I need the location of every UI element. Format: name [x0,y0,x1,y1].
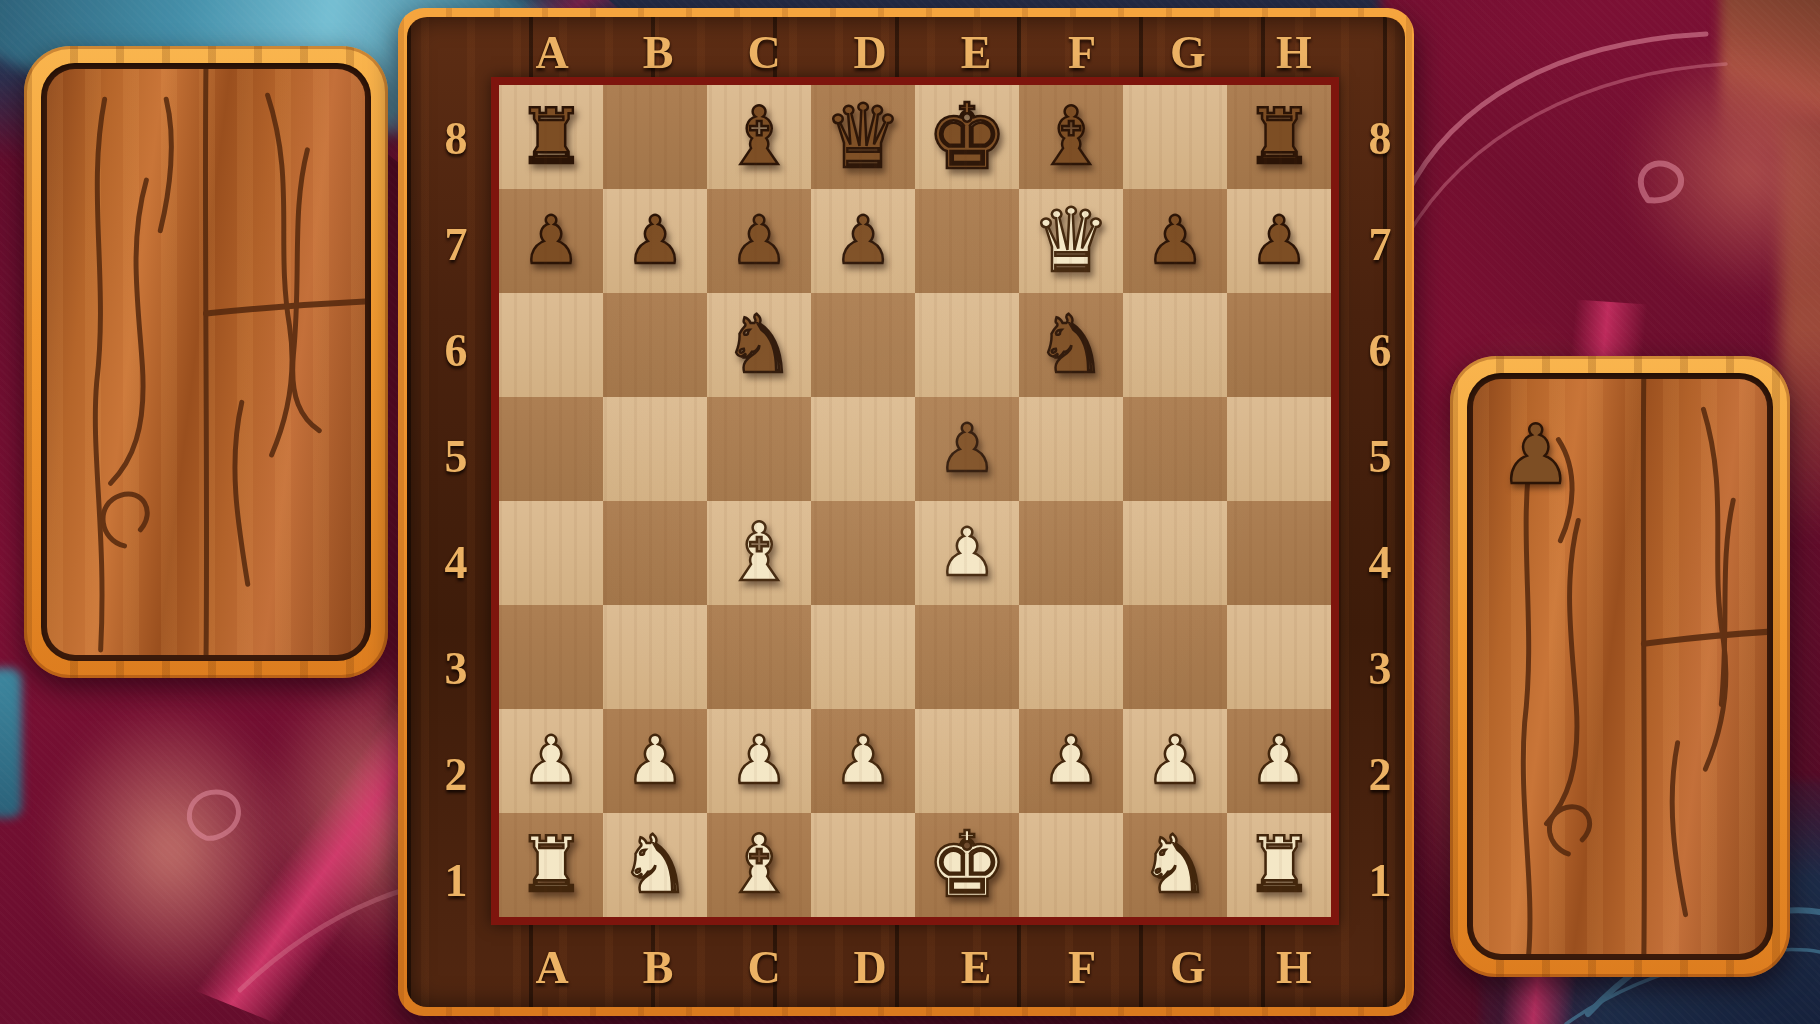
rank-labels-left: 87654321 [413,85,499,933]
piece-white-pawn[interactable]: ♟ [1041,728,1100,794]
piece-black-rook[interactable]: ♜ [517,99,585,175]
square-f5[interactable] [1019,397,1123,501]
square-b7[interactable]: ♟ [603,189,707,293]
rank-label-6: 6 [413,297,499,403]
rank-label-1: 1 [1347,827,1405,933]
square-g8[interactable] [1123,85,1227,189]
square-e1[interactable]: ♚ [915,813,1019,917]
piece-white-bishop[interactable]: ♝ [723,513,795,593]
square-d4[interactable] [811,501,915,605]
rank-label-6: 6 [1347,297,1405,403]
piece-black-pawn[interactable]: ♟ [1249,208,1308,274]
wood-grain [47,69,365,655]
piece-white-queen[interactable]: ♛ [1032,197,1111,285]
square-f6[interactable]: ♞ [1019,293,1123,397]
background-pink-patch [40,700,300,1000]
piece-white-pawn[interactable]: ♟ [937,520,996,586]
captured-black-pawn[interactable]: ♟ [1499,407,1573,502]
piece-black-king[interactable]: ♚ [927,92,1008,182]
rank-label-3: 3 [413,615,499,721]
piece-white-pawn[interactable]: ♟ [1145,728,1204,794]
square-e6[interactable] [915,293,1019,397]
square-e4[interactable]: ♟ [915,501,1019,605]
square-f8[interactable]: ♝ [1019,85,1123,189]
square-d3[interactable] [811,605,915,709]
piece-black-bishop[interactable]: ♝ [723,97,795,177]
square-h5[interactable] [1227,397,1331,501]
square-b5[interactable] [603,397,707,501]
square-a7[interactable]: ♟ [499,189,603,293]
piece-white-rook[interactable]: ♜ [517,827,585,903]
square-d1[interactable] [811,813,915,917]
file-label-b: B [605,925,711,1007]
square-c8[interactable]: ♝ [707,85,811,189]
square-c6[interactable]: ♞ [707,293,811,397]
background-teal-sliver [0,668,22,818]
square-f2[interactable]: ♟ [1019,709,1123,813]
piece-black-knight[interactable]: ♞ [723,305,795,385]
square-h2[interactable]: ♟ [1227,709,1331,813]
square-a3[interactable] [499,605,603,709]
piece-black-pawn[interactable]: ♟ [729,208,788,274]
square-a2[interactable]: ♟ [499,709,603,813]
piece-white-pawn[interactable]: ♟ [833,728,892,794]
tray-wood-planks: ♟ [1473,379,1767,954]
piece-black-pawn[interactable]: ♟ [937,416,996,482]
piece-black-pawn[interactable]: ♟ [625,208,684,274]
piece-white-knight[interactable]: ♞ [1139,825,1211,905]
file-label-h: H [1241,21,1347,83]
piece-white-rook[interactable]: ♜ [1245,827,1313,903]
captured-tray-left [24,46,388,678]
square-f1[interactable] [1019,813,1123,917]
file-label-a: A [499,925,605,1007]
square-e5[interactable]: ♟ [915,397,1019,501]
rank-label-8: 8 [413,85,499,191]
rank-label-7: 7 [1347,191,1405,297]
file-label-h: H [1241,925,1347,1007]
file-label-d: D [817,925,923,1007]
piece-black-rook[interactable]: ♜ [1245,99,1313,175]
square-a1[interactable]: ♜ [499,813,603,917]
square-h4[interactable] [1227,501,1331,605]
square-a8[interactable]: ♜ [499,85,603,189]
square-d8[interactable]: ♛ [811,85,915,189]
rank-label-1: 1 [413,827,499,933]
square-d7[interactable]: ♟ [811,189,915,293]
square-h3[interactable] [1227,605,1331,709]
square-a6[interactable] [499,293,603,397]
square-b2[interactable]: ♟ [603,709,707,813]
square-d2[interactable]: ♟ [811,709,915,813]
piece-black-knight[interactable]: ♞ [1035,305,1107,385]
file-label-e: E [923,21,1029,83]
rank-label-4: 4 [413,509,499,615]
square-c3[interactable] [707,605,811,709]
file-label-g: G [1135,21,1241,83]
piece-black-pawn[interactable]: ♟ [521,208,580,274]
square-f3[interactable] [1019,605,1123,709]
square-g4[interactable] [1123,501,1227,605]
square-g3[interactable] [1123,605,1227,709]
square-d5[interactable] [811,397,915,501]
piece-white-king[interactable]: ♚ [927,820,1008,910]
piece-white-bishop[interactable]: ♝ [723,825,795,905]
board-frame: ABCDEFGH ABCDEFGH 87654321 87654321 ♜♝♛♚… [407,17,1405,1007]
square-g7[interactable]: ♟ [1123,189,1227,293]
rank-label-4: 4 [1347,509,1405,615]
piece-white-knight[interactable]: ♞ [619,825,691,905]
square-e3[interactable] [915,605,1019,709]
square-h8[interactable]: ♜ [1227,85,1331,189]
square-c2[interactable]: ♟ [707,709,811,813]
rank-label-2: 2 [413,721,499,827]
rank-label-5: 5 [1347,403,1405,509]
piece-white-pawn[interactable]: ♟ [729,728,788,794]
tray-rim [41,63,371,661]
square-b6[interactable] [603,293,707,397]
square-h1[interactable]: ♜ [1227,813,1331,917]
square-g2[interactable]: ♟ [1123,709,1227,813]
square-f4[interactable] [1019,501,1123,605]
tray-wood-planks [47,69,365,655]
square-g1[interactable]: ♞ [1123,813,1227,917]
square-b4[interactable] [603,501,707,605]
play-area: ♜♝♛♚♝♜♟♟♟♟♛♟♟♞♞♟♝♟♟♟♟♟♟♟♟♜♞♝♚♞♜ [491,77,1339,925]
file-label-b: B [605,21,711,83]
square-e8[interactable]: ♚ [915,85,1019,189]
square-a4[interactable] [499,501,603,605]
piece-black-pawn[interactable]: ♟ [1145,208,1204,274]
board-grid: ♜♝♛♚♝♜♟♟♟♟♛♟♟♞♞♟♝♟♟♟♟♟♟♟♟♜♞♝♚♞♜ [499,85,1331,917]
square-e7[interactable] [915,189,1019,293]
background-brown-corner [1720,0,1820,150]
piece-black-queen[interactable]: ♛ [824,93,903,181]
square-h6[interactable] [1227,293,1331,397]
file-labels-top: ABCDEFGH [499,21,1347,83]
rank-label-7: 7 [413,191,499,297]
file-label-e: E [923,925,1029,1007]
rank-label-8: 8 [1347,85,1405,191]
file-label-c: C [711,21,817,83]
rank-labels-right: 87654321 [1347,85,1405,933]
square-b1[interactable]: ♞ [603,813,707,917]
file-label-g: G [1135,925,1241,1007]
square-h7[interactable]: ♟ [1227,189,1331,293]
file-label-f: F [1029,925,1135,1007]
square-c5[interactable] [707,397,811,501]
square-e2[interactable] [915,709,1019,813]
piece-black-pawn[interactable]: ♟ [833,208,892,274]
tray-rim: ♟ [1467,373,1773,960]
square-a5[interactable] [499,397,603,501]
chess-game-scene: ♟ ABCDEFGH ABCDEFGH 87654321 87654321 ♜♝… [0,0,1820,1024]
square-g5[interactable] [1123,397,1227,501]
square-b8[interactable] [603,85,707,189]
file-labels-bottom: ABCDEFGH [499,925,1347,1007]
piece-white-pawn[interactable]: ♟ [521,728,580,794]
piece-white-pawn[interactable]: ♟ [625,728,684,794]
background-pink-patch [1620,40,1820,300]
square-c7[interactable]: ♟ [707,189,811,293]
captured-tray-right: ♟ [1450,356,1790,977]
file-label-a: A [499,21,605,83]
file-label-d: D [817,21,923,83]
chess-board: ABCDEFGH ABCDEFGH 87654321 87654321 ♜♝♛♚… [398,8,1414,1016]
file-label-c: C [711,925,817,1007]
square-f7[interactable]: ♛ [1019,189,1123,293]
square-d6[interactable] [811,293,915,397]
square-g6[interactable] [1123,293,1227,397]
rank-label-2: 2 [1347,721,1405,827]
piece-white-pawn[interactable]: ♟ [1249,728,1308,794]
rank-label-5: 5 [413,403,499,509]
square-c1[interactable]: ♝ [707,813,811,917]
piece-black-bishop[interactable]: ♝ [1035,97,1107,177]
square-c4[interactable]: ♝ [707,501,811,605]
rank-label-3: 3 [1347,615,1405,721]
file-label-f: F [1029,21,1135,83]
square-b3[interactable] [603,605,707,709]
